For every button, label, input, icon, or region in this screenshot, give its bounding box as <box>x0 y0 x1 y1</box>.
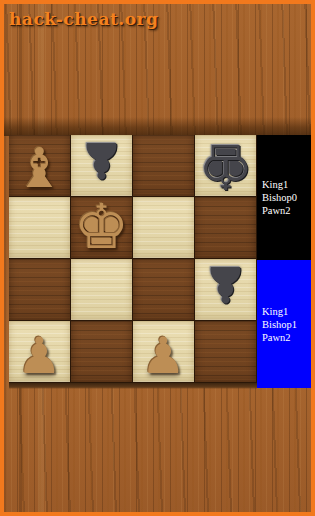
black-material-line-king: King1 <box>262 178 312 191</box>
board-cell-r2c2[interactable]: ♚ <box>71 197 132 258</box>
board-cell-r1c4[interactable]: ♚ <box>195 135 256 196</box>
white-bishop: ♝ <box>15 141 64 196</box>
white-king: ♚ <box>74 196 130 258</box>
white-pawn: ♟ <box>141 331 186 381</box>
board-cell-r4c4[interactable] <box>195 321 256 382</box>
white-material-line-bishop: Bishop1 <box>262 318 312 331</box>
board-cell-r3c2[interactable] <box>71 259 132 320</box>
watermark-text: hack-cheat.org <box>9 9 158 29</box>
board-cell-r2c4[interactable] <box>195 197 256 258</box>
white-material-panel: King1 Bishop1 Pawn2 <box>257 260 312 388</box>
black-pawn: ♟ <box>79 135 124 185</box>
black-material-line-bishop: Bishop0 <box>262 191 312 204</box>
board-cell-r3c4[interactable]: ♟ <box>195 259 256 320</box>
board-cell-r3c3[interactable] <box>133 259 194 320</box>
black-pawn: ♟ <box>203 259 248 309</box>
white-pawn: ♟ <box>17 331 62 381</box>
board-cell-r1c2[interactable]: ♟ <box>71 135 132 196</box>
app-screen: { "game": "4x4 mini chess (mobile app sc… <box>0 0 315 516</box>
board-cell-r1c1[interactable]: ♝ <box>9 135 70 196</box>
black-material-panel: King1 Bishop0 Pawn2 <box>257 135 312 260</box>
white-material-line-king: King1 <box>262 305 312 318</box>
chess-board: ♝♟♚♚♟♟♟ <box>9 135 257 383</box>
board-bottom-edge <box>9 383 257 389</box>
board-cell-r4c2[interactable] <box>71 321 132 382</box>
board-cell-r2c3[interactable] <box>133 197 194 258</box>
board-cell-r4c1[interactable]: ♟ <box>9 321 70 382</box>
black-material-line-pawn: Pawn2 <box>262 204 312 217</box>
wood-grain-band <box>4 117 311 136</box>
board-cell-r3c1[interactable] <box>9 259 70 320</box>
board-cell-r4c3[interactable]: ♟ <box>133 321 194 382</box>
black-king: ♚ <box>198 135 254 197</box>
board-cell-r1c3[interactable] <box>133 135 194 196</box>
board-cell-r2c1[interactable] <box>9 197 70 258</box>
white-material-line-pawn: Pawn2 <box>262 331 312 344</box>
